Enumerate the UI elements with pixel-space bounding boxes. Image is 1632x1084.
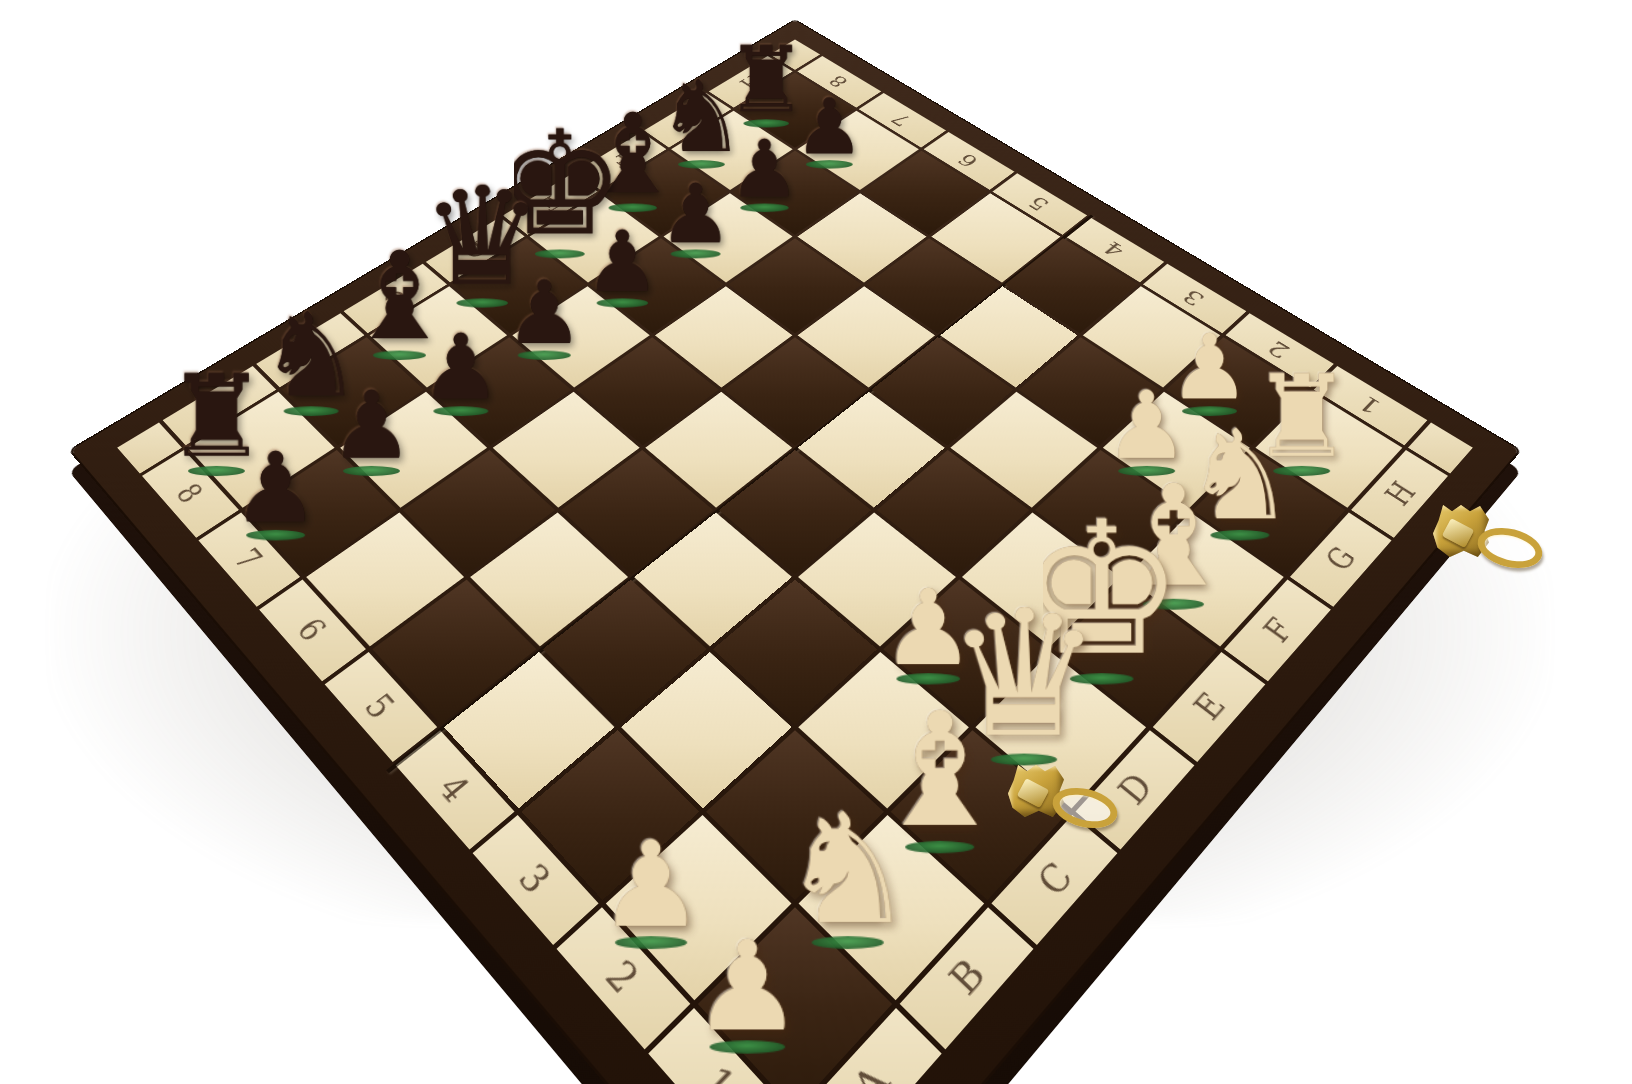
far-rank-label-5: 5 <box>992 173 1087 235</box>
pawn-icon: ♟ <box>505 270 583 357</box>
green-felt-base <box>678 160 725 168</box>
far-file-label-F: F <box>575 132 666 190</box>
square-f7[interactable]: ♟ <box>664 193 793 282</box>
black-pawn-h7[interactable]: ♟ <box>786 89 873 169</box>
square-f6[interactable] <box>728 238 861 333</box>
green-felt-base <box>246 530 305 541</box>
square-g5[interactable] <box>867 238 1000 333</box>
rank-label-text: 6 <box>953 150 984 171</box>
pawn-icon: ♟ <box>795 89 864 166</box>
file-label-text: D <box>1110 765 1161 812</box>
king-icon: ♚ <box>495 112 624 256</box>
square-d7[interactable]: ♟ <box>512 286 649 387</box>
black-pawn-c7[interactable]: ♟ <box>410 323 512 416</box>
file-label-text: F <box>605 150 637 172</box>
black-pawn-f7[interactable]: ♟ <box>649 174 741 258</box>
chess-board: 87654321H♜♟♟♜HG♞♟♟♞GF♝♟♝FE♚♟♚ED♛♟♟♛DC♝♟♝… <box>71 20 1519 1084</box>
square-g4[interactable] <box>940 286 1077 387</box>
square-e7[interactable]: ♟ <box>590 238 723 333</box>
file-label-text: H <box>734 71 768 92</box>
far-rank-label-6: 6 <box>924 132 1015 190</box>
far-file-label-C: C <box>344 264 448 334</box>
pawn-icon: ♟ <box>232 440 319 537</box>
black-king-e8[interactable]: ♚ <box>514 112 606 259</box>
pawn-icon: ♟ <box>420 323 501 413</box>
square-g7[interactable]: ♟ <box>732 151 857 235</box>
queen-icon: ♛ <box>421 169 543 305</box>
file-label-text: B <box>941 949 995 1003</box>
rank-label-text: 2 <box>597 951 648 1002</box>
green-felt-base <box>518 351 571 360</box>
rank-label-text: 6 <box>289 611 334 648</box>
black-pawn-b7[interactable]: ♟ <box>319 380 425 476</box>
square-g6[interactable] <box>797 193 926 282</box>
black-queen-d8[interactable]: ♛ <box>434 169 529 308</box>
green-felt-base <box>373 351 426 360</box>
green-felt-base <box>812 936 884 949</box>
green-felt-base <box>806 160 853 168</box>
rank-label-text: 1 <box>1353 391 1387 420</box>
far-file-label-G: G <box>644 93 731 148</box>
rank-label-text: 1 <box>692 1056 745 1084</box>
knight-icon: ♞ <box>657 67 746 166</box>
green-felt-base <box>740 204 788 213</box>
far-file-label-E: E <box>503 173 598 235</box>
pawn-icon: ♟ <box>659 174 732 256</box>
strip-corner <box>1408 423 1473 474</box>
pawn-icon: ♟ <box>729 130 800 209</box>
black-pawn-d7[interactable]: ♟ <box>495 270 594 360</box>
square-e5[interactable] <box>724 337 866 445</box>
rank-label-text: 8 <box>169 477 211 509</box>
green-felt-base <box>743 119 789 127</box>
square-c6[interactable] <box>493 392 640 508</box>
square-e4[interactable] <box>798 392 945 508</box>
green-felt-base <box>609 204 657 213</box>
far-rank-label-7: 7 <box>859 93 946 148</box>
file-label-text: G <box>671 109 704 131</box>
square-e6[interactable] <box>655 286 792 387</box>
green-felt-base <box>343 466 400 476</box>
rank-label-text: 3 <box>1178 285 1211 310</box>
file-label-text: F <box>1255 610 1301 648</box>
green-felt-base <box>433 406 488 416</box>
far-rank-label-4: 4 <box>1065 217 1164 282</box>
file-label-text: G <box>1318 540 1364 577</box>
rank-label-text: 4 <box>1098 237 1130 261</box>
black-bishop-f8[interactable]: ♝ <box>588 99 678 212</box>
pawn-icon: ♟ <box>692 926 803 1050</box>
pawn-icon: ♟ <box>585 220 661 304</box>
rank-label-text: 4 <box>430 767 478 810</box>
rank-label-text: 3 <box>510 855 559 902</box>
brass-clasp-front-left-icon[interactable] <box>990 755 1110 845</box>
rank-label-text: 5 <box>1023 192 1055 214</box>
white-pawn-a1[interactable]: ♟ <box>677 926 817 1054</box>
square-c7[interactable]: ♟ <box>429 337 571 445</box>
green-felt-base <box>457 298 508 307</box>
file-label-text: D <box>458 236 494 262</box>
green-felt-base <box>597 298 648 307</box>
brass-clasp-front-right-icon[interactable] <box>1415 495 1535 585</box>
square-d6[interactable] <box>577 337 719 445</box>
black-pawn-e7[interactable]: ♟ <box>575 220 670 307</box>
black-pawn-g7[interactable]: ♟ <box>720 130 810 212</box>
square-f4[interactable] <box>871 337 1013 445</box>
black-pawn-a7[interactable]: ♟ <box>221 440 330 540</box>
file-label-text: E <box>1186 685 1234 727</box>
file-label-text: C <box>1029 853 1081 903</box>
file-label-text: E <box>534 192 568 215</box>
file-label-text: C <box>378 284 414 311</box>
green-felt-base <box>535 249 585 258</box>
green-felt-base <box>671 249 721 258</box>
file-label-text: B <box>293 336 329 364</box>
photo-backdrop: 87654321H♜♟♟♜HG♞♟♟♞GF♝♟♝FE♚♟♚ED♛♟♟♛DC♝♟♝… <box>0 0 1632 1084</box>
square-d5[interactable] <box>645 392 792 508</box>
far-rank-label-3: 3 <box>1143 264 1247 334</box>
far-rank-label-8: 8 <box>797 56 881 108</box>
bishop-icon: ♝ <box>583 99 682 209</box>
rank-label-text: 7 <box>227 542 271 576</box>
far-file-label-H: H <box>709 56 793 108</box>
far-file-label-D: D <box>426 217 525 282</box>
file-label-text: A <box>844 1054 899 1084</box>
pawn-icon: ♟ <box>330 380 414 473</box>
square-f5[interactable] <box>798 286 935 387</box>
rank-label-text: 7 <box>887 110 918 130</box>
strip-corner <box>770 39 820 70</box>
rank-label-text: 8 <box>824 72 854 91</box>
green-felt-base <box>710 1040 786 1053</box>
board-scene: 87654321H♜♟♟♜HG♞♟♟♞GF♝♟♝FE♚♟♚ED♛♟♟♛DC♝♟♝… <box>283 0 1307 962</box>
rank-label-text: 5 <box>357 686 403 726</box>
